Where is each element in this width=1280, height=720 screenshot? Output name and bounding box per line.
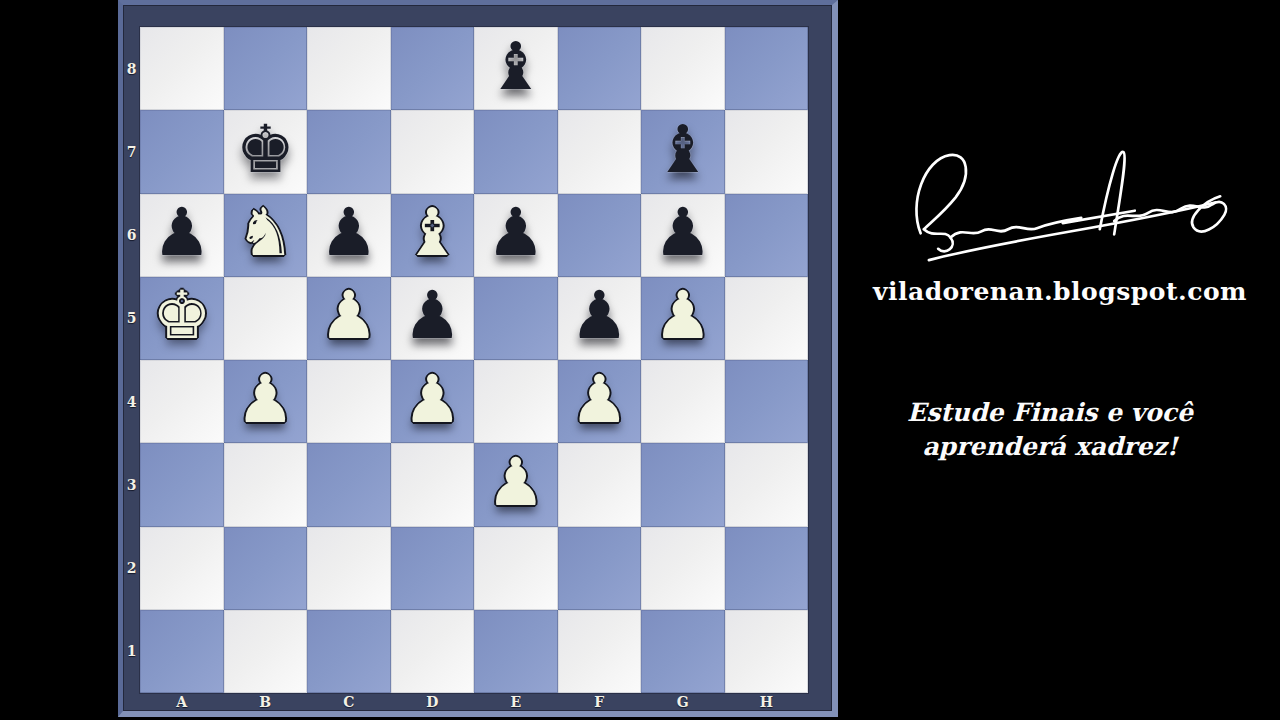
square-e5 bbox=[474, 277, 558, 360]
file-label-d: D bbox=[391, 693, 475, 711]
square-d3 bbox=[391, 443, 475, 526]
square-h4 bbox=[725, 360, 809, 443]
square-b3 bbox=[224, 443, 308, 526]
square-e7 bbox=[474, 110, 558, 193]
white-pawn: ♟ bbox=[570, 367, 629, 433]
square-a1 bbox=[140, 610, 224, 693]
square-g1 bbox=[641, 610, 725, 693]
slogan-line-2: aprenderá xadrez! bbox=[860, 430, 1240, 464]
board-grid: ♝♚♝♟♞♟♝♟♟♚♟♟♟♟♟♟♟♟ bbox=[140, 27, 808, 693]
black-pawn: ♟ bbox=[486, 200, 545, 266]
square-c8 bbox=[307, 27, 391, 110]
square-a2 bbox=[140, 527, 224, 610]
square-g6: ♟ bbox=[641, 194, 725, 277]
black-bishop: ♝ bbox=[653, 117, 712, 183]
file-label-h: H bbox=[725, 693, 809, 711]
rank-label-6: 6 bbox=[123, 194, 140, 277]
square-b7: ♚ bbox=[224, 110, 308, 193]
square-h3 bbox=[725, 443, 809, 526]
square-d1 bbox=[391, 610, 475, 693]
square-f1 bbox=[558, 610, 642, 693]
square-e4 bbox=[474, 360, 558, 443]
rank-label-5: 5 bbox=[123, 277, 140, 360]
square-f4: ♟ bbox=[558, 360, 642, 443]
square-e2 bbox=[474, 527, 558, 610]
square-h6 bbox=[725, 194, 809, 277]
square-g2 bbox=[641, 527, 725, 610]
white-pawn: ♟ bbox=[486, 450, 545, 516]
square-h2 bbox=[725, 527, 809, 610]
white-pawn: ♟ bbox=[236, 367, 295, 433]
file-label-f: F bbox=[558, 693, 642, 711]
square-a4 bbox=[140, 360, 224, 443]
black-king: ♚ bbox=[236, 117, 295, 183]
square-b2 bbox=[224, 527, 308, 610]
black-pawn: ♟ bbox=[403, 283, 462, 349]
rank-label-7: 7 bbox=[123, 110, 140, 193]
white-pawn: ♟ bbox=[403, 367, 462, 433]
file-label-b: B bbox=[224, 693, 308, 711]
square-a5: ♚ bbox=[140, 277, 224, 360]
square-f5: ♟ bbox=[558, 277, 642, 360]
square-c7 bbox=[307, 110, 391, 193]
square-f3 bbox=[558, 443, 642, 526]
square-h5 bbox=[725, 277, 809, 360]
rank-label-1: 1 bbox=[123, 610, 140, 693]
square-a7 bbox=[140, 110, 224, 193]
square-c6: ♟ bbox=[307, 194, 391, 277]
slogan: Estude Finais e você aprenderá xadrez! bbox=[860, 396, 1240, 464]
black-pawn: ♟ bbox=[653, 200, 712, 266]
square-c3 bbox=[307, 443, 391, 526]
square-d7 bbox=[391, 110, 475, 193]
square-c1 bbox=[307, 610, 391, 693]
rank-labels: 87654321 bbox=[123, 27, 140, 693]
square-a8 bbox=[140, 27, 224, 110]
black-pawn: ♟ bbox=[570, 283, 629, 349]
signature-renan-araujo bbox=[898, 138, 1248, 268]
square-b4: ♟ bbox=[224, 360, 308, 443]
white-pawn: ♟ bbox=[653, 283, 712, 349]
square-d8 bbox=[391, 27, 475, 110]
square-g3 bbox=[641, 443, 725, 526]
rank-label-8: 8 bbox=[123, 27, 140, 110]
rank-label-3: 3 bbox=[123, 443, 140, 526]
file-label-g: G bbox=[641, 693, 725, 711]
rank-label-2: 2 bbox=[123, 527, 140, 610]
file-label-c: C bbox=[307, 693, 391, 711]
file-labels: ABCDEFGH bbox=[140, 693, 808, 711]
square-h1 bbox=[725, 610, 809, 693]
square-e8: ♝ bbox=[474, 27, 558, 110]
square-h8 bbox=[725, 27, 809, 110]
black-pawn: ♟ bbox=[152, 200, 211, 266]
square-b5 bbox=[224, 277, 308, 360]
square-b8 bbox=[224, 27, 308, 110]
chess-board-frame: 87654321 ♝♚♝♟♞♟♝♟♟♚♟♟♟♟♟♟♟♟ ABCDEFGH bbox=[118, 0, 838, 717]
square-e3: ♟ bbox=[474, 443, 558, 526]
square-f8 bbox=[558, 27, 642, 110]
square-f6 bbox=[558, 194, 642, 277]
site-url: viladorenan.blogspot.com bbox=[870, 277, 1250, 306]
rank-label-4: 4 bbox=[123, 360, 140, 443]
square-d4: ♟ bbox=[391, 360, 475, 443]
white-pawn: ♟ bbox=[319, 283, 378, 349]
white-knight: ♞ bbox=[236, 200, 295, 266]
square-f7 bbox=[558, 110, 642, 193]
square-h7 bbox=[725, 110, 809, 193]
square-e6: ♟ bbox=[474, 194, 558, 277]
black-pawn: ♟ bbox=[319, 200, 378, 266]
square-g8 bbox=[641, 27, 725, 110]
square-g7: ♝ bbox=[641, 110, 725, 193]
file-label-a: A bbox=[140, 693, 224, 711]
white-bishop: ♝ bbox=[403, 200, 462, 266]
square-e1 bbox=[474, 610, 558, 693]
square-c4 bbox=[307, 360, 391, 443]
square-d2 bbox=[391, 527, 475, 610]
square-c5: ♟ bbox=[307, 277, 391, 360]
file-label-e: E bbox=[474, 693, 558, 711]
square-c2 bbox=[307, 527, 391, 610]
black-bishop: ♝ bbox=[486, 34, 545, 100]
square-a6: ♟ bbox=[140, 194, 224, 277]
square-b6: ♞ bbox=[224, 194, 308, 277]
square-d6: ♝ bbox=[391, 194, 475, 277]
square-g5: ♟ bbox=[641, 277, 725, 360]
white-king: ♚ bbox=[152, 283, 211, 349]
square-b1 bbox=[224, 610, 308, 693]
square-a3 bbox=[140, 443, 224, 526]
square-g4 bbox=[641, 360, 725, 443]
square-f2 bbox=[558, 527, 642, 610]
slogan-line-1: Estude Finais e você bbox=[860, 396, 1240, 430]
square-d5: ♟ bbox=[391, 277, 475, 360]
